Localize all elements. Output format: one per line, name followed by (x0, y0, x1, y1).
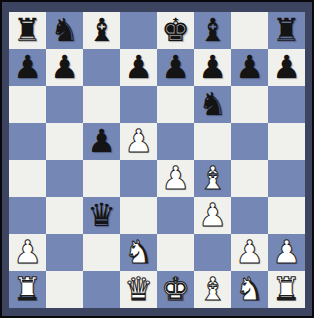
square-b5[interactable] (46, 123, 83, 160)
black-king-piece[interactable]: ♚ (157, 12, 194, 49)
square-c2[interactable] (83, 234, 120, 271)
square-a7[interactable]: ♟ (9, 49, 46, 86)
square-e1[interactable]: ♚ (157, 271, 194, 308)
square-e4[interactable]: ♟ (157, 160, 194, 197)
square-b8[interactable]: ♞ (46, 12, 83, 49)
square-e8[interactable]: ♚ (157, 12, 194, 49)
white-pawn-piece[interactable]: ♟ (268, 234, 305, 271)
square-f2[interactable] (194, 234, 231, 271)
square-c6[interactable] (83, 86, 120, 123)
white-knight-piece[interactable]: ♞ (231, 271, 268, 308)
square-e2[interactable] (157, 234, 194, 271)
square-g3[interactable] (231, 197, 268, 234)
square-g4[interactable] (231, 160, 268, 197)
square-h3[interactable] (268, 197, 305, 234)
square-c3[interactable]: ♛ (83, 197, 120, 234)
square-h6[interactable] (268, 86, 305, 123)
square-f8[interactable]: ♝ (194, 12, 231, 49)
black-pawn-piece[interactable]: ♟ (83, 123, 120, 160)
black-queen-piece[interactable]: ♛ (83, 197, 120, 234)
black-knight-piece[interactable]: ♞ (194, 86, 231, 123)
white-pawn-piece[interactable]: ♟ (231, 234, 268, 271)
square-b7[interactable]: ♟ (46, 49, 83, 86)
square-d5[interactable]: ♟ (120, 123, 157, 160)
square-a4[interactable] (9, 160, 46, 197)
white-rook-piece[interactable]: ♜ (9, 271, 46, 308)
black-pawn-piece[interactable]: ♟ (120, 49, 157, 86)
square-a5[interactable] (9, 123, 46, 160)
square-a8[interactable]: ♜ (9, 12, 46, 49)
square-b2[interactable] (46, 234, 83, 271)
square-b3[interactable] (46, 197, 83, 234)
chess-board: ♜♞♝♚♝♜♟♟♟♟♟♟♟♞♟♟♟♝♛♟♟♞♟♟♜♛♚♝♞♜ (9, 12, 305, 308)
square-g2[interactable]: ♟ (231, 234, 268, 271)
white-pawn-piece[interactable]: ♟ (194, 197, 231, 234)
square-f7[interactable]: ♟ (194, 49, 231, 86)
square-d3[interactable] (120, 197, 157, 234)
black-pawn-piece[interactable]: ♟ (194, 49, 231, 86)
black-rook-piece[interactable]: ♜ (9, 12, 46, 49)
square-d8[interactable] (120, 12, 157, 49)
square-h8[interactable]: ♜ (268, 12, 305, 49)
square-h7[interactable]: ♟ (268, 49, 305, 86)
black-bishop-piece[interactable]: ♝ (83, 12, 120, 49)
white-knight-piece[interactable]: ♞ (120, 234, 157, 271)
square-h1[interactable]: ♜ (268, 271, 305, 308)
black-knight-piece[interactable]: ♞ (46, 12, 83, 49)
black-pawn-piece[interactable]: ♟ (231, 49, 268, 86)
square-f1[interactable]: ♝ (194, 271, 231, 308)
square-h4[interactable] (268, 160, 305, 197)
square-a1[interactable]: ♜ (9, 271, 46, 308)
white-queen-piece[interactable]: ♛ (120, 271, 157, 308)
square-c1[interactable] (83, 271, 120, 308)
square-g6[interactable] (231, 86, 268, 123)
square-e6[interactable] (157, 86, 194, 123)
square-h2[interactable]: ♟ (268, 234, 305, 271)
square-g5[interactable] (231, 123, 268, 160)
square-d4[interactable] (120, 160, 157, 197)
white-pawn-piece[interactable]: ♟ (120, 123, 157, 160)
square-d6[interactable] (120, 86, 157, 123)
white-bishop-piece[interactable]: ♝ (194, 271, 231, 308)
board-frame: ♜♞♝♚♝♜♟♟♟♟♟♟♟♞♟♟♟♝♛♟♟♞♟♟♜♛♚♝♞♜ (0, 0, 314, 318)
black-bishop-piece[interactable]: ♝ (194, 12, 231, 49)
square-h5[interactable] (268, 123, 305, 160)
square-f6[interactable]: ♞ (194, 86, 231, 123)
square-e3[interactable] (157, 197, 194, 234)
black-pawn-piece[interactable]: ♟ (46, 49, 83, 86)
square-c5[interactable]: ♟ (83, 123, 120, 160)
square-d7[interactable]: ♟ (120, 49, 157, 86)
black-rook-piece[interactable]: ♜ (268, 12, 305, 49)
white-king-piece[interactable]: ♚ (157, 271, 194, 308)
square-b1[interactable] (46, 271, 83, 308)
square-d2[interactable]: ♞ (120, 234, 157, 271)
square-c7[interactable] (83, 49, 120, 86)
square-g1[interactable]: ♞ (231, 271, 268, 308)
square-f4[interactable]: ♝ (194, 160, 231, 197)
white-rook-piece[interactable]: ♜ (268, 271, 305, 308)
black-pawn-piece[interactable]: ♟ (268, 49, 305, 86)
black-pawn-piece[interactable]: ♟ (9, 49, 46, 86)
square-f5[interactable] (194, 123, 231, 160)
square-f3[interactable]: ♟ (194, 197, 231, 234)
square-c4[interactable] (83, 160, 120, 197)
square-b4[interactable] (46, 160, 83, 197)
square-d1[interactable]: ♛ (120, 271, 157, 308)
white-pawn-piece[interactable]: ♟ (157, 160, 194, 197)
square-g8[interactable] (231, 12, 268, 49)
square-a6[interactable] (9, 86, 46, 123)
white-bishop-piece[interactable]: ♝ (194, 160, 231, 197)
square-c8[interactable]: ♝ (83, 12, 120, 49)
square-a2[interactable]: ♟ (9, 234, 46, 271)
square-b6[interactable] (46, 86, 83, 123)
square-g7[interactable]: ♟ (231, 49, 268, 86)
black-pawn-piece[interactable]: ♟ (157, 49, 194, 86)
square-e5[interactable] (157, 123, 194, 160)
white-pawn-piece[interactable]: ♟ (9, 234, 46, 271)
square-e7[interactable]: ♟ (157, 49, 194, 86)
square-a3[interactable] (9, 197, 46, 234)
